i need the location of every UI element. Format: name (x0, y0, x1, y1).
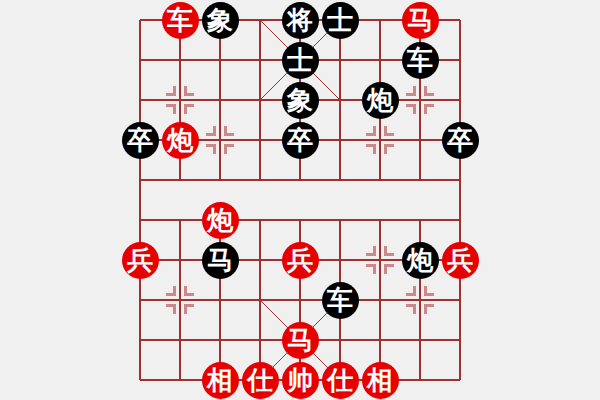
piece-red-elephant[interactable]: 相 (202, 362, 239, 399)
piece-red-horse[interactable]: 马 (282, 322, 319, 359)
piece-black-soldier[interactable]: 卒 (442, 122, 479, 159)
piece-black-soldier[interactable]: 卒 (282, 122, 319, 159)
piece-black-soldier[interactable]: 卒 (122, 122, 159, 159)
piece-black-advisor[interactable]: 士 (322, 2, 359, 39)
piece-red-elephant[interactable]: 相 (362, 362, 399, 399)
piece-black-cannon[interactable]: 炮 (402, 242, 439, 279)
piece-black-cannon[interactable]: 炮 (362, 82, 399, 119)
piece-black-horse[interactable]: 马 (202, 242, 239, 279)
piece-red-advisor[interactable]: 仕 (322, 362, 359, 399)
piece-red-advisor[interactable]: 仕 (242, 362, 279, 399)
piece-red-soldier[interactable]: 兵 (442, 242, 479, 279)
piece-black-elephant[interactable]: 象 (202, 2, 239, 39)
xiangqi-board-grid[interactable]: 车象将士马士车象炮卒炮卒卒炮兵马兵炮兵车马相仕帅仕相 (120, 0, 480, 400)
piece-red-soldier[interactable]: 兵 (282, 242, 319, 279)
piece-black-chariot[interactable]: 车 (322, 282, 359, 319)
piece-red-chariot[interactable]: 车 (162, 2, 199, 39)
piece-black-elephant[interactable]: 象 (282, 82, 319, 119)
piece-black-general[interactable]: 将 (282, 2, 319, 39)
piece-red-general[interactable]: 帅 (282, 362, 319, 399)
xiangqi-board: 车象将士马士车象炮卒炮卒卒炮兵马兵炮兵车马相仕帅仕相 (120, 0, 480, 400)
piece-black-advisor[interactable]: 士 (282, 42, 319, 79)
piece-black-chariot[interactable]: 车 (402, 42, 439, 79)
piece-red-soldier[interactable]: 兵 (122, 242, 159, 279)
piece-red-cannon[interactable]: 炮 (162, 122, 199, 159)
piece-red-horse[interactable]: 马 (402, 2, 439, 39)
xiangqi-app: 车象将士马士车象炮卒炮卒卒炮兵马兵炮兵车马相仕帅仕相 (0, 0, 600, 400)
piece-red-cannon[interactable]: 炮 (202, 202, 239, 239)
